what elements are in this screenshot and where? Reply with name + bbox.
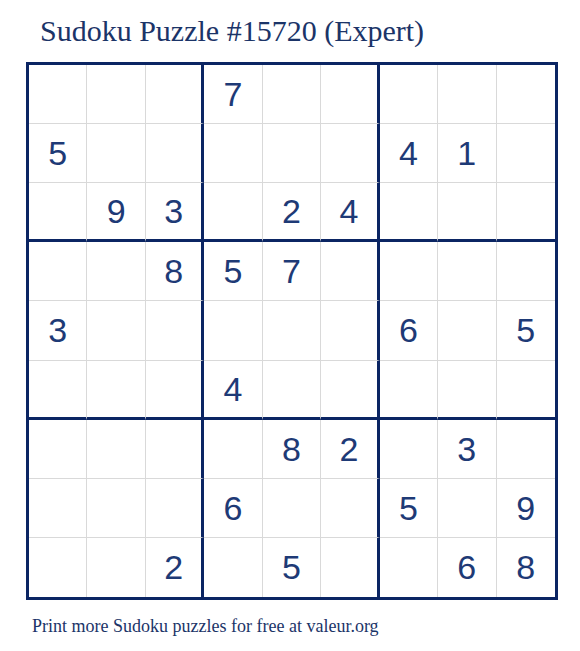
cell-r3c1 xyxy=(29,183,87,242)
cell-r6c8 xyxy=(438,361,496,420)
cell-r9c3: 2 xyxy=(146,538,204,597)
cell-r4c5: 7 xyxy=(263,242,321,301)
cell-r1c1 xyxy=(29,65,87,124)
cell-r5c9: 5 xyxy=(497,301,555,360)
cell-r8c2 xyxy=(87,479,145,538)
cell-r5c7: 6 xyxy=(380,301,438,360)
cell-r1c5 xyxy=(263,65,321,124)
page-title: Sudoku Puzzle #15720 (Expert) xyxy=(40,14,424,48)
cell-r7c3 xyxy=(146,420,204,479)
cell-r9c6 xyxy=(321,538,379,597)
cell-r3c5: 2 xyxy=(263,183,321,242)
sudoku-grid: 7541932485736548236592568 xyxy=(26,62,558,600)
cell-r4c2 xyxy=(87,242,145,301)
cell-r1c8 xyxy=(438,65,496,124)
cell-r8c5 xyxy=(263,479,321,538)
cell-r8c1 xyxy=(29,479,87,538)
cell-r4c8 xyxy=(438,242,496,301)
cell-r3c3: 3 xyxy=(146,183,204,242)
cell-r5c5 xyxy=(263,301,321,360)
sudoku-page: Sudoku Puzzle #15720 (Expert) 7541932485… xyxy=(0,0,580,651)
cell-r5c1: 3 xyxy=(29,301,87,360)
cell-r1c7 xyxy=(380,65,438,124)
cell-r9c5: 5 xyxy=(263,538,321,597)
cell-r4c7 xyxy=(380,242,438,301)
cell-r2c5 xyxy=(263,124,321,183)
cell-r2c9 xyxy=(497,124,555,183)
cell-r7c7 xyxy=(380,420,438,479)
cell-r8c8 xyxy=(438,479,496,538)
cell-r9c8: 6 xyxy=(438,538,496,597)
cell-r3c7 xyxy=(380,183,438,242)
cell-r1c6 xyxy=(321,65,379,124)
cell-r8c7: 5 xyxy=(380,479,438,538)
cell-r3c2: 9 xyxy=(87,183,145,242)
cell-r4c4: 5 xyxy=(204,242,262,301)
cell-r8c4: 6 xyxy=(204,479,262,538)
footer-credit: Print more Sudoku puzzles for free at va… xyxy=(32,616,379,637)
cell-r2c2 xyxy=(87,124,145,183)
cell-r8c9: 9 xyxy=(497,479,555,538)
cell-r9c2 xyxy=(87,538,145,597)
cell-r7c2 xyxy=(87,420,145,479)
cell-r6c9 xyxy=(497,361,555,420)
cell-r8c6 xyxy=(321,479,379,538)
cell-r5c4 xyxy=(204,301,262,360)
cell-r2c6 xyxy=(321,124,379,183)
cell-r9c1 xyxy=(29,538,87,597)
cell-r4c3: 8 xyxy=(146,242,204,301)
cell-r1c4: 7 xyxy=(204,65,262,124)
cell-r7c1 xyxy=(29,420,87,479)
cell-r1c9 xyxy=(497,65,555,124)
cell-r2c4 xyxy=(204,124,262,183)
cell-r6c1 xyxy=(29,361,87,420)
cell-r3c4 xyxy=(204,183,262,242)
cell-r2c1: 5 xyxy=(29,124,87,183)
cell-r9c7 xyxy=(380,538,438,597)
cell-r1c3 xyxy=(146,65,204,124)
cell-r2c8: 1 xyxy=(438,124,496,183)
cell-r6c6 xyxy=(321,361,379,420)
cell-r7c5: 8 xyxy=(263,420,321,479)
cell-r7c8: 3 xyxy=(438,420,496,479)
cell-r9c4 xyxy=(204,538,262,597)
cell-r5c3 xyxy=(146,301,204,360)
cell-r6c2 xyxy=(87,361,145,420)
cell-r7c4 xyxy=(204,420,262,479)
cell-r5c6 xyxy=(321,301,379,360)
cell-r7c9 xyxy=(497,420,555,479)
cell-r6c5 xyxy=(263,361,321,420)
cell-r1c2 xyxy=(87,65,145,124)
cell-r4c9 xyxy=(497,242,555,301)
cell-r6c4: 4 xyxy=(204,361,262,420)
cell-r7c6: 2 xyxy=(321,420,379,479)
cell-r2c3 xyxy=(146,124,204,183)
cell-r5c8 xyxy=(438,301,496,360)
cell-r6c3 xyxy=(146,361,204,420)
cell-r5c2 xyxy=(87,301,145,360)
cell-r9c9: 8 xyxy=(497,538,555,597)
cell-r3c8 xyxy=(438,183,496,242)
cell-r3c9 xyxy=(497,183,555,242)
cell-r2c7: 4 xyxy=(380,124,438,183)
cell-r4c1 xyxy=(29,242,87,301)
cell-r8c3 xyxy=(146,479,204,538)
cell-r4c6 xyxy=(321,242,379,301)
cell-r6c7 xyxy=(380,361,438,420)
cell-r3c6: 4 xyxy=(321,183,379,242)
